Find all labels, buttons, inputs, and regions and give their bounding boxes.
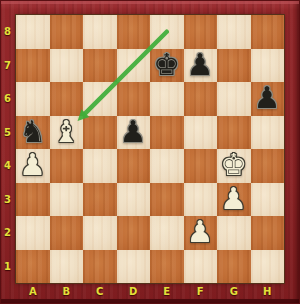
square-a6[interactable] bbox=[16, 82, 50, 116]
square-g2[interactable] bbox=[217, 216, 251, 250]
square-f5[interactable] bbox=[184, 116, 218, 150]
square-h7[interactable] bbox=[251, 49, 285, 83]
square-d8[interactable] bbox=[117, 15, 151, 49]
square-g5[interactable] bbox=[217, 116, 251, 150]
square-a1[interactable] bbox=[16, 250, 50, 284]
square-h3[interactable] bbox=[251, 183, 285, 217]
square-h1[interactable] bbox=[251, 250, 285, 284]
square-e5[interactable] bbox=[150, 116, 184, 150]
rank-label-2: 2 bbox=[0, 216, 15, 250]
square-d5[interactable]: ♟ bbox=[117, 116, 151, 150]
square-e2[interactable] bbox=[150, 216, 184, 250]
square-g6[interactable] bbox=[217, 82, 251, 116]
file-label-c: C bbox=[83, 284, 117, 299]
square-a8[interactable] bbox=[16, 15, 50, 49]
square-h6[interactable]: ♟ bbox=[251, 82, 285, 116]
square-e4[interactable] bbox=[150, 149, 184, 183]
square-e6[interactable] bbox=[150, 82, 184, 116]
square-c4[interactable] bbox=[83, 149, 117, 183]
file-label-f: F bbox=[184, 284, 218, 299]
board-frame: ♚♟♟♞♝♟♟♚♟♟ 87654321 ABCDEFGH bbox=[0, 0, 300, 304]
black-pawn-d5[interactable]: ♟ bbox=[120, 115, 147, 149]
white-pawn-a4[interactable]: ♟ bbox=[19, 148, 46, 182]
square-h5[interactable] bbox=[251, 116, 285, 150]
file-label-e: E bbox=[150, 284, 184, 299]
file-label-h: H bbox=[251, 284, 285, 299]
square-b7[interactable] bbox=[50, 49, 84, 83]
black-pawn-h6[interactable]: ♟ bbox=[254, 81, 281, 115]
black-knight-a5[interactable]: ♞ bbox=[19, 115, 46, 149]
file-label-d: D bbox=[117, 284, 151, 299]
file-label-a: A bbox=[16, 284, 50, 299]
square-a5[interactable]: ♞ bbox=[16, 116, 50, 150]
square-b5[interactable]: ♝ bbox=[50, 116, 84, 150]
square-f7[interactable]: ♟ bbox=[184, 49, 218, 83]
file-label-b: B bbox=[50, 284, 84, 299]
square-c2[interactable] bbox=[83, 216, 117, 250]
chess-board: ♚♟♟♞♝♟♟♚♟♟ bbox=[16, 15, 284, 283]
square-b1[interactable] bbox=[50, 250, 84, 284]
square-a2[interactable] bbox=[16, 216, 50, 250]
white-bishop-b5[interactable]: ♝ bbox=[53, 115, 80, 149]
white-pawn-g3[interactable]: ♟ bbox=[220, 182, 247, 216]
square-c3[interactable] bbox=[83, 183, 117, 217]
square-c7[interactable] bbox=[83, 49, 117, 83]
square-b8[interactable] bbox=[50, 15, 84, 49]
rank-label-6: 6 bbox=[0, 82, 15, 116]
square-c8[interactable] bbox=[83, 15, 117, 49]
square-d3[interactable] bbox=[117, 183, 151, 217]
square-d7[interactable] bbox=[117, 49, 151, 83]
rank-label-5: 5 bbox=[0, 116, 15, 150]
square-g4[interactable]: ♚ bbox=[217, 149, 251, 183]
square-f1[interactable] bbox=[184, 250, 218, 284]
square-c1[interactable] bbox=[83, 250, 117, 284]
file-label-g: G bbox=[217, 284, 251, 299]
square-d4[interactable] bbox=[117, 149, 151, 183]
square-c6[interactable] bbox=[83, 82, 117, 116]
square-f8[interactable] bbox=[184, 15, 218, 49]
rank-label-1: 1 bbox=[0, 250, 15, 284]
square-g3[interactable]: ♟ bbox=[217, 183, 251, 217]
square-f2[interactable]: ♟ bbox=[184, 216, 218, 250]
black-pawn-f7[interactable]: ♟ bbox=[187, 48, 214, 82]
square-a3[interactable] bbox=[16, 183, 50, 217]
rank-label-7: 7 bbox=[0, 49, 15, 83]
square-b2[interactable] bbox=[50, 216, 84, 250]
square-a7[interactable] bbox=[16, 49, 50, 83]
white-pawn-f2[interactable]: ♟ bbox=[187, 215, 214, 249]
square-d1[interactable] bbox=[117, 250, 151, 284]
rank-label-4: 4 bbox=[0, 149, 15, 183]
rank-label-3: 3 bbox=[0, 183, 15, 217]
square-h2[interactable] bbox=[251, 216, 285, 250]
square-e7[interactable]: ♚ bbox=[150, 49, 184, 83]
square-g7[interactable] bbox=[217, 49, 251, 83]
square-g8[interactable] bbox=[217, 15, 251, 49]
square-c5[interactable] bbox=[83, 116, 117, 150]
square-f4[interactable] bbox=[184, 149, 218, 183]
square-a4[interactable]: ♟ bbox=[16, 149, 50, 183]
black-king-e7[interactable]: ♚ bbox=[153, 48, 180, 82]
square-b6[interactable] bbox=[50, 82, 84, 116]
square-g1[interactable] bbox=[217, 250, 251, 284]
square-h4[interactable] bbox=[251, 149, 285, 183]
square-d2[interactable] bbox=[117, 216, 151, 250]
square-b4[interactable] bbox=[50, 149, 84, 183]
square-h8[interactable] bbox=[251, 15, 285, 49]
square-b3[interactable] bbox=[50, 183, 84, 217]
square-f6[interactable] bbox=[184, 82, 218, 116]
square-e8[interactable] bbox=[150, 15, 184, 49]
square-d6[interactable] bbox=[117, 82, 151, 116]
rank-label-8: 8 bbox=[0, 15, 15, 49]
square-e1[interactable] bbox=[150, 250, 184, 284]
square-f3[interactable] bbox=[184, 183, 218, 217]
white-king-g4[interactable]: ♚ bbox=[220, 148, 247, 182]
square-e3[interactable] bbox=[150, 183, 184, 217]
